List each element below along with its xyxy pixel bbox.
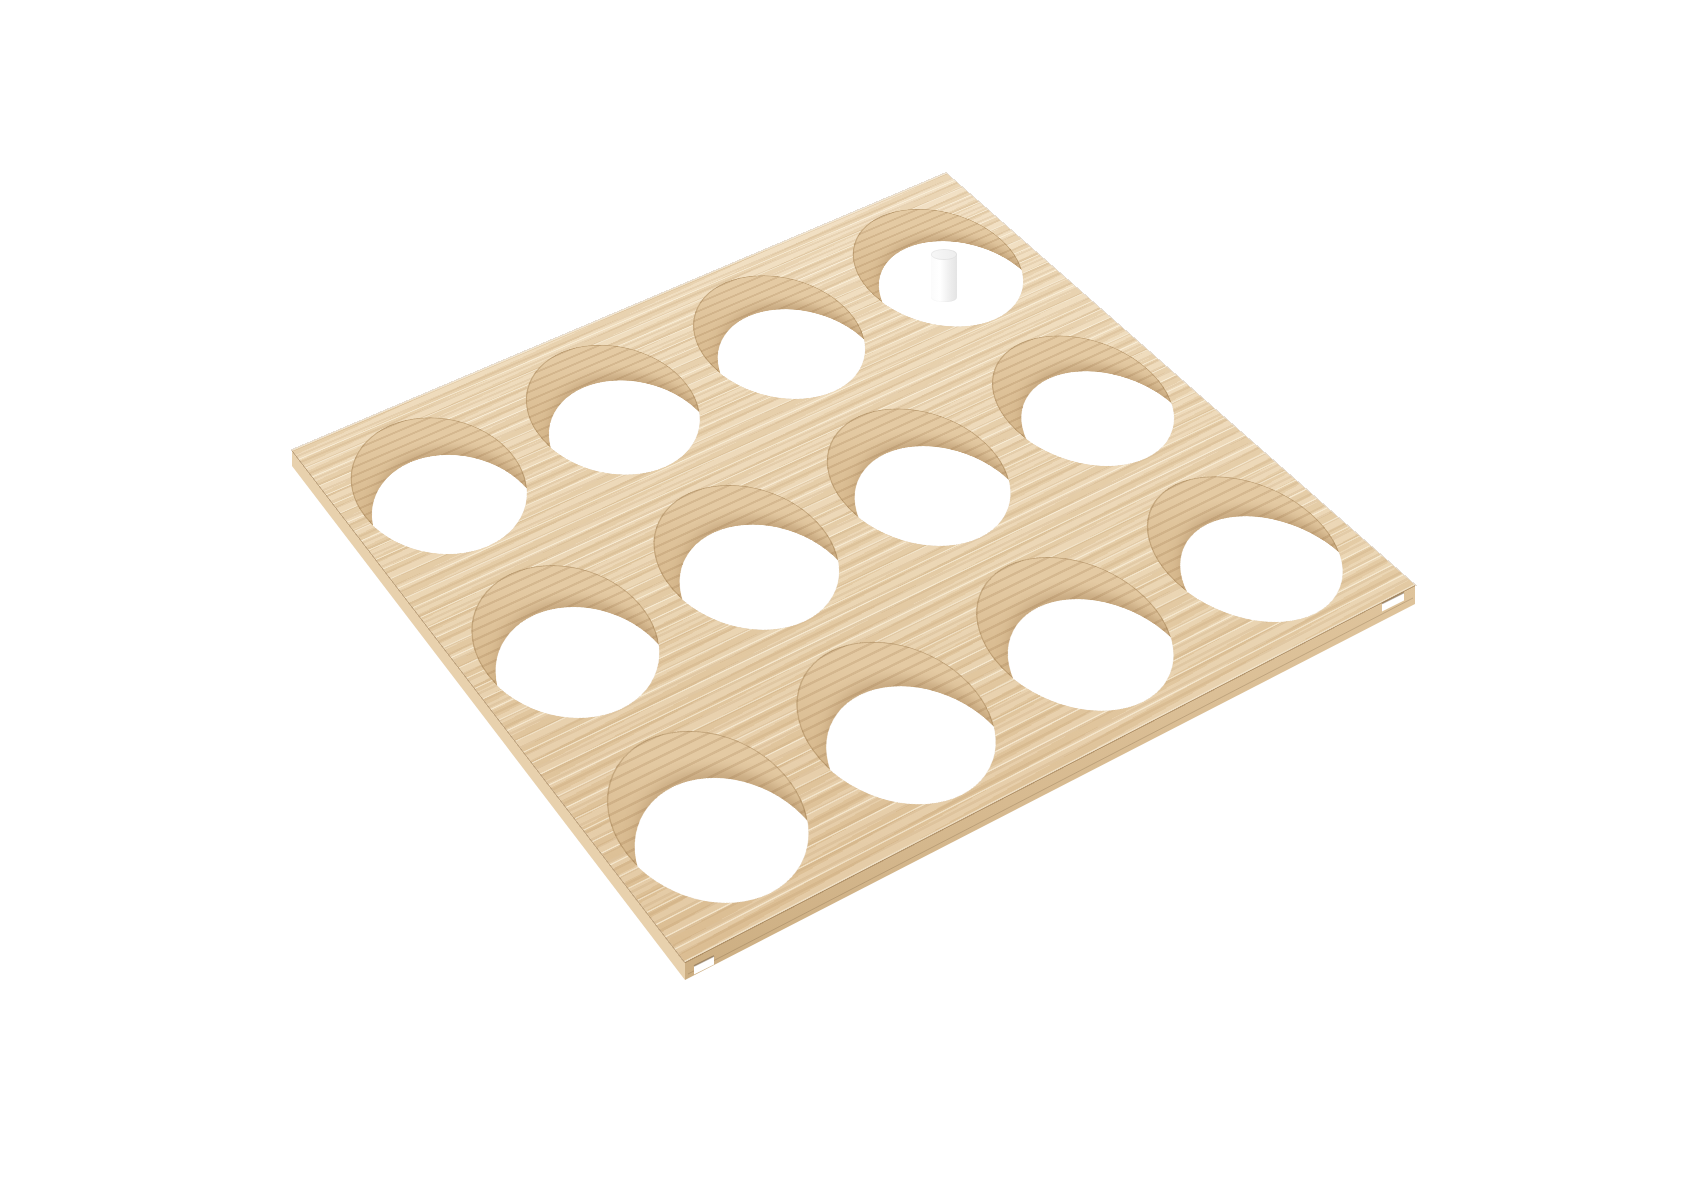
- white-peg: [931, 250, 957, 302]
- render-scene: [0, 0, 1697, 1200]
